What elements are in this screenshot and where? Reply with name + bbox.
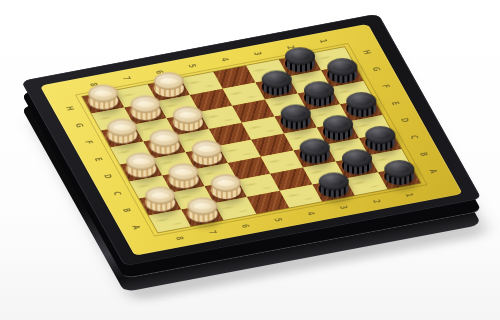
checker-black-C1[interactable]: ⛂	[365, 126, 395, 151]
checker-black-H2[interactable]: ⛂	[285, 47, 315, 72]
checker-white-D6[interactable]: ⛀	[192, 140, 222, 165]
checker-white-D8[interactable]: ⛀	[126, 152, 156, 177]
photo-stage: HHGGFFEEDDCCBBAA8877665544332211 ⛀⛀⛂⛀⛂⛂⛀…	[0, 0, 500, 320]
checker-white-F8[interactable]: ⛀	[107, 118, 137, 143]
checker-white-B6[interactable]: ⛀	[211, 174, 241, 199]
checker-black-C3[interactable]: ⛂	[300, 138, 330, 163]
checker-white-B8[interactable]: ⛀	[145, 186, 175, 211]
checker-black-E1[interactable]: ⛂	[346, 92, 376, 117]
checker-white-A7[interactable]: ⛀	[188, 197, 218, 222]
checker-black-A3[interactable]: ⛂	[319, 172, 349, 197]
checker-black-F2[interactable]: ⛂	[304, 81, 334, 106]
checker-white-H6[interactable]: ⛀	[154, 72, 184, 97]
checker-white-G7[interactable]: ⛀	[131, 95, 161, 120]
checker-black-D2[interactable]: ⛂	[323, 115, 353, 140]
checker-black-A1[interactable]: ⛂	[384, 160, 414, 185]
checker-white-F6[interactable]: ⛀	[173, 106, 203, 131]
checker-black-G1[interactable]: ⛂	[327, 58, 357, 83]
checker-black-B2[interactable]: ⛂	[342, 149, 372, 174]
checker-black-E3[interactable]: ⛂	[281, 105, 311, 130]
checker-white-E7[interactable]: ⛀	[150, 129, 180, 154]
checker-black-G3[interactable]: ⛂	[262, 71, 292, 96]
checker-white-H8[interactable]: ⛀	[88, 84, 118, 109]
checker-white-C7[interactable]: ⛀	[169, 163, 199, 188]
